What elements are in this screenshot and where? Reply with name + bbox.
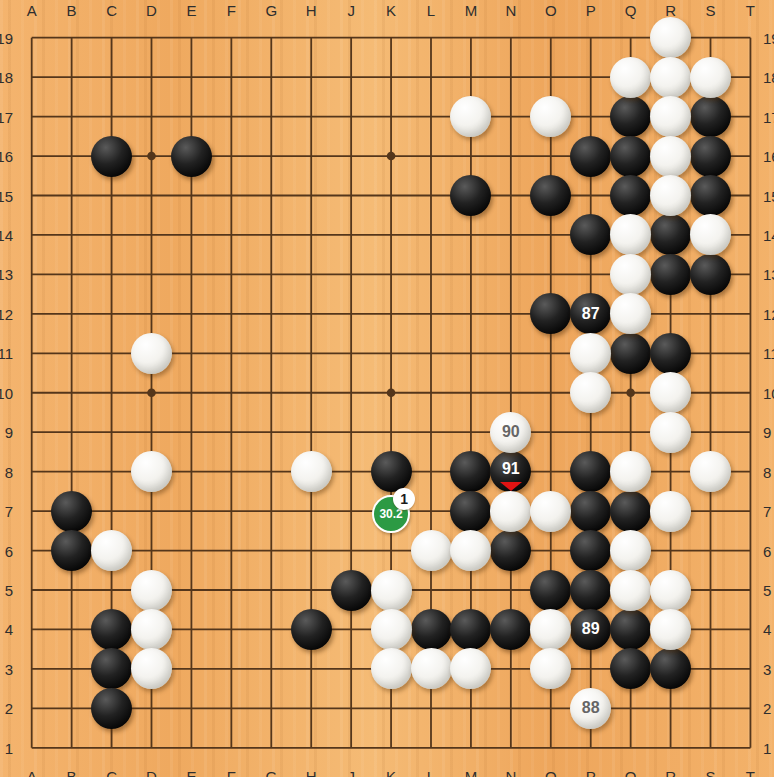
coord-top-K: K xyxy=(386,3,396,18)
coord-bottom-M: M xyxy=(465,769,478,777)
coord-top-J: J xyxy=(347,3,355,18)
stone-C16[interactable] xyxy=(91,136,132,177)
stone-R19[interactable] xyxy=(650,17,691,58)
stone-M7[interactable] xyxy=(450,491,491,532)
coord-left-3: 3 xyxy=(0,661,13,676)
coord-top-P: P xyxy=(586,3,596,18)
coord-top-L: L xyxy=(427,3,435,18)
coord-right-13: 13 xyxy=(763,267,774,282)
coord-right-4: 4 xyxy=(763,622,771,637)
stone-S8[interactable] xyxy=(690,451,731,492)
coord-left-7: 7 xyxy=(0,504,13,519)
coord-bottom-E: E xyxy=(186,769,196,777)
stone-B6[interactable] xyxy=(51,530,92,571)
stone-Q11[interactable] xyxy=(610,333,651,374)
stone-S15[interactable] xyxy=(690,175,731,216)
coord-left-11: 11 xyxy=(0,346,13,361)
stone-L3[interactable] xyxy=(411,648,452,689)
move-number-88: 88 xyxy=(582,699,600,717)
coord-right-14: 14 xyxy=(763,227,774,242)
coord-top-F: F xyxy=(227,3,236,18)
move-number-90: 90 xyxy=(502,423,520,441)
coord-bottom-R: R xyxy=(665,769,676,777)
stone-S17[interactable] xyxy=(690,96,731,137)
stone-R17[interactable] xyxy=(650,96,691,137)
move-number-87: 87 xyxy=(582,305,600,323)
coord-top-D: D xyxy=(146,3,157,18)
stone-Q17[interactable] xyxy=(610,96,651,137)
stone-Q7[interactable] xyxy=(610,491,651,532)
coord-top-N: N xyxy=(505,3,516,18)
coord-top-B: B xyxy=(67,3,77,18)
stone-D4[interactable] xyxy=(131,609,172,650)
stone-Q4[interactable] xyxy=(610,609,651,650)
coord-left-16: 16 xyxy=(0,149,13,164)
coord-right-8: 8 xyxy=(763,464,771,479)
stone-Q6[interactable] xyxy=(610,530,651,571)
coord-top-S: S xyxy=(705,3,715,18)
stone-K8[interactable] xyxy=(371,451,412,492)
coord-left-8: 8 xyxy=(0,464,13,479)
coord-right-1: 1 xyxy=(763,740,771,755)
stone-R15[interactable] xyxy=(650,175,691,216)
stone-R13[interactable] xyxy=(650,254,691,295)
stone-O4[interactable] xyxy=(530,609,571,650)
coord-bottom-O: O xyxy=(545,769,557,777)
coord-top-O: O xyxy=(545,3,557,18)
coord-left-6: 6 xyxy=(0,543,13,558)
move-number-89: 89 xyxy=(582,620,600,638)
coord-right-9: 9 xyxy=(763,425,771,440)
coord-top-C: C xyxy=(106,3,117,18)
coord-left-1: 1 xyxy=(0,740,13,755)
stone-O5[interactable] xyxy=(530,570,571,611)
stone-L4[interactable] xyxy=(411,609,452,650)
stone-D11[interactable] xyxy=(131,333,172,374)
stone-N9[interactable]: 90 xyxy=(490,412,531,453)
stone-C6[interactable] xyxy=(91,530,132,571)
stone-R4[interactable] xyxy=(650,609,691,650)
coord-left-18: 18 xyxy=(0,70,13,85)
coord-right-7: 7 xyxy=(763,504,771,519)
coord-left-2: 2 xyxy=(0,701,13,716)
coord-left-5: 5 xyxy=(0,583,13,598)
coord-top-G: G xyxy=(265,3,277,18)
stone-Q16[interactable] xyxy=(610,136,651,177)
coord-bottom-H: H xyxy=(306,769,317,777)
stone-R18[interactable] xyxy=(650,57,691,98)
stone-P7[interactable] xyxy=(570,491,611,532)
stone-J5[interactable] xyxy=(331,570,372,611)
stone-D8[interactable] xyxy=(131,451,172,492)
stone-H8[interactable] xyxy=(291,451,332,492)
stone-C4[interactable] xyxy=(91,609,132,650)
coord-right-18: 18 xyxy=(763,70,774,85)
stone-H4[interactable] xyxy=(291,609,332,650)
coord-left-19: 19 xyxy=(0,30,13,45)
coord-top-T: T xyxy=(746,3,755,18)
stone-P4[interactable]: 89 xyxy=(570,609,611,650)
coord-right-5: 5 xyxy=(763,583,771,598)
coord-bottom-L: L xyxy=(427,769,435,777)
ai-hint-rank-badge: 1 xyxy=(393,488,415,510)
coord-bottom-B: B xyxy=(67,769,77,777)
stone-D5[interactable] xyxy=(131,570,172,611)
coord-right-6: 6 xyxy=(763,543,771,558)
coord-top-H: H xyxy=(306,3,317,18)
coord-left-9: 9 xyxy=(0,425,13,440)
coord-right-10: 10 xyxy=(763,385,774,400)
stone-S13[interactable] xyxy=(690,254,731,295)
stone-L6[interactable] xyxy=(411,530,452,571)
stone-P16[interactable] xyxy=(570,136,611,177)
stone-O7[interactable] xyxy=(530,491,571,532)
stone-R7[interactable] xyxy=(650,491,691,532)
coord-left-4: 4 xyxy=(0,622,13,637)
coord-bottom-C: C xyxy=(106,769,117,777)
stone-Q15[interactable] xyxy=(610,175,651,216)
coord-right-15: 15 xyxy=(763,188,774,203)
coord-bottom-D: D xyxy=(146,769,157,777)
coord-left-14: 14 xyxy=(0,227,13,242)
coord-bottom-G: G xyxy=(265,769,277,777)
coord-left-12: 12 xyxy=(0,306,13,321)
last-move-red-triangle-icon xyxy=(500,482,522,491)
coord-right-16: 16 xyxy=(763,149,774,164)
stone-P11[interactable] xyxy=(570,333,611,374)
coord-bottom-J: J xyxy=(347,769,355,777)
stone-C2[interactable] xyxy=(91,688,132,729)
coord-right-11: 11 xyxy=(763,346,774,361)
stone-N7[interactable] xyxy=(490,491,531,532)
stone-Q13[interactable] xyxy=(610,254,651,295)
coord-left-10: 10 xyxy=(0,385,13,400)
coord-top-M: M xyxy=(465,3,478,18)
move-number-91: 91 xyxy=(502,460,520,478)
stone-P6[interactable] xyxy=(570,530,611,571)
stone-B7[interactable] xyxy=(51,491,92,532)
stone-R16[interactable] xyxy=(650,136,691,177)
stone-K5[interactable] xyxy=(371,570,412,611)
stone-Q18[interactable] xyxy=(610,57,651,98)
coord-bottom-N: N xyxy=(505,769,516,777)
stone-O15[interactable] xyxy=(530,175,571,216)
coord-bottom-Q: Q xyxy=(625,769,637,777)
stone-S16[interactable] xyxy=(690,136,731,177)
stone-P2[interactable]: 88 xyxy=(570,688,611,729)
coord-left-15: 15 xyxy=(0,188,13,203)
coord-left-17: 17 xyxy=(0,109,13,124)
coord-right-2: 2 xyxy=(763,701,771,716)
coord-right-19: 19 xyxy=(763,30,774,45)
stone-S18[interactable] xyxy=(690,57,731,98)
stone-R11[interactable] xyxy=(650,333,691,374)
stone-Q8[interactable] xyxy=(610,451,651,492)
coord-bottom-K: K xyxy=(386,769,396,777)
coord-top-A: A xyxy=(27,3,37,18)
stone-E16[interactable] xyxy=(171,136,212,177)
coord-right-3: 3 xyxy=(763,661,771,676)
coord-bottom-P: P xyxy=(586,769,596,777)
coord-top-E: E xyxy=(186,3,196,18)
coord-right-17: 17 xyxy=(763,109,774,124)
coord-bottom-T: T xyxy=(746,769,755,777)
stone-P5[interactable] xyxy=(570,570,611,611)
coord-bottom-F: F xyxy=(227,769,236,777)
coord-top-R: R xyxy=(665,3,676,18)
stone-R5[interactable] xyxy=(650,570,691,611)
coord-left-13: 13 xyxy=(0,267,13,282)
stone-N4[interactable] xyxy=(490,609,531,650)
coord-right-12: 12 xyxy=(763,306,774,321)
stone-R9[interactable] xyxy=(650,412,691,453)
stone-K4[interactable] xyxy=(371,609,412,650)
coord-bottom-A: A xyxy=(27,769,37,777)
coord-top-Q: Q xyxy=(625,3,637,18)
stone-K3[interactable] xyxy=(371,648,412,689)
coord-bottom-S: S xyxy=(705,769,715,777)
go-board[interactable]: AABBCCDDEEFFGGHHJJKKLLMMNNOOPPQQRRSSTT19… xyxy=(0,0,774,777)
stone-Q5[interactable] xyxy=(610,570,651,611)
